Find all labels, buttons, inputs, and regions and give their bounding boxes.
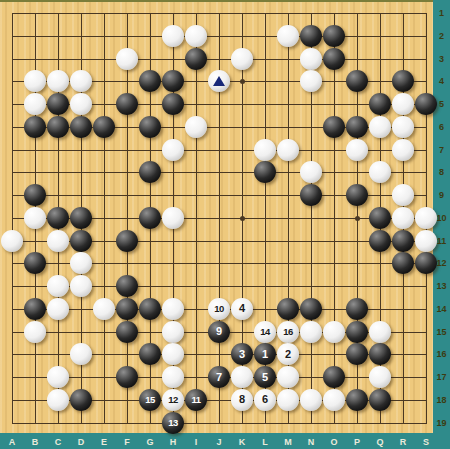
move-number: 15 (145, 394, 155, 405)
black-stone-F5 (116, 93, 138, 115)
white-stone-H18: 12 (162, 389, 184, 411)
black-stone-E6 (93, 116, 115, 138)
row-label: 16 (433, 349, 450, 359)
move-number: 16 (283, 326, 293, 337)
black-stone-H19: 13 (162, 412, 184, 434)
black-stone-G10 (139, 207, 161, 229)
column-label: H (166, 437, 180, 447)
row-label: 6 (433, 122, 450, 132)
black-stone-R11 (392, 230, 414, 252)
row-label: 3 (433, 54, 450, 64)
white-stone-D4 (70, 70, 92, 92)
column-label: J (212, 437, 226, 447)
black-stone-H5 (162, 93, 184, 115)
white-stone-C13 (47, 275, 69, 297)
white-stone-R7 (392, 139, 414, 161)
column-label: C (51, 437, 65, 447)
white-stone-P7 (346, 139, 368, 161)
black-stone-F17 (116, 366, 138, 388)
white-stone-N3 (300, 48, 322, 70)
white-stone-N8 (300, 161, 322, 183)
move-number: 14 (260, 326, 270, 337)
white-stone-H7 (162, 139, 184, 161)
row-label: 4 (433, 76, 450, 86)
black-stone-F13 (116, 275, 138, 297)
white-stone-K14: 4 (231, 298, 253, 320)
black-stone-G18: 15 (139, 389, 161, 411)
white-stone-M17 (277, 366, 299, 388)
column-label: B (28, 437, 42, 447)
white-stone-M15: 16 (277, 321, 299, 343)
row-label: 13 (433, 281, 450, 291)
grid-line-horizontal (12, 423, 427, 424)
black-stone-Q10 (369, 207, 391, 229)
row-label: 2 (433, 31, 450, 41)
black-stone-P14 (346, 298, 368, 320)
black-stone-Q5 (369, 93, 391, 115)
white-stone-B15 (24, 321, 46, 343)
row-label: 18 (433, 395, 450, 405)
white-stone-M16: 2 (277, 343, 299, 365)
white-stone-M7 (277, 139, 299, 161)
row-label: 17 (433, 372, 450, 382)
black-stone-M14 (277, 298, 299, 320)
move-number: 12 (168, 394, 178, 405)
move-number: 9 (216, 326, 222, 337)
white-stone-B4 (24, 70, 46, 92)
white-stone-C18 (47, 389, 69, 411)
column-label: G (143, 437, 157, 447)
white-stone-R6 (392, 116, 414, 138)
column-label: M (281, 437, 295, 447)
column-label: D (74, 437, 88, 447)
go-board[interactable]: ABCDEFGHIJKLMNOPQRS123456789101112131415… (0, 0, 450, 449)
white-stone-H14 (162, 298, 184, 320)
black-stone-D11 (70, 230, 92, 252)
white-stone-L15: 14 (254, 321, 276, 343)
white-stone-K3 (231, 48, 253, 70)
black-stone-B6 (24, 116, 46, 138)
black-stone-G6 (139, 116, 161, 138)
white-stone-O15 (323, 321, 345, 343)
white-stone-J14: 10 (208, 298, 230, 320)
column-label: I (189, 437, 203, 447)
black-stone-D10 (70, 207, 92, 229)
black-stone-I3 (185, 48, 207, 70)
white-stone-I6 (185, 116, 207, 138)
white-stone-H17 (162, 366, 184, 388)
row-label: 8 (433, 167, 450, 177)
row-label: 15 (433, 327, 450, 337)
row-label: 7 (433, 145, 450, 155)
move-number: 7 (216, 372, 222, 383)
black-stone-J15: 9 (208, 321, 230, 343)
black-stone-S5 (415, 93, 437, 115)
black-stone-I18: 11 (185, 389, 207, 411)
white-stone-A11 (1, 230, 23, 252)
black-stone-C5 (47, 93, 69, 115)
white-stone-R10 (392, 207, 414, 229)
move-number: 8 (239, 394, 245, 405)
white-stone-M2 (277, 25, 299, 47)
black-stone-P15 (346, 321, 368, 343)
row-label: 19 (433, 418, 450, 428)
white-stone-C11 (47, 230, 69, 252)
black-stone-N2 (300, 25, 322, 47)
black-stone-Q11 (369, 230, 391, 252)
black-stone-D18 (70, 389, 92, 411)
column-label: L (258, 437, 272, 447)
black-stone-B12 (24, 252, 46, 274)
white-stone-J4 (208, 70, 230, 92)
black-stone-P16 (346, 343, 368, 365)
grid-line-vertical (334, 13, 335, 424)
black-stone-F14 (116, 298, 138, 320)
white-stone-C4 (47, 70, 69, 92)
black-stone-R4 (392, 70, 414, 92)
move-number: 1 (262, 349, 268, 360)
white-stone-L18: 6 (254, 389, 276, 411)
white-stone-K18: 8 (231, 389, 253, 411)
star-point (240, 79, 245, 84)
black-stone-N14 (300, 298, 322, 320)
move-number: 2 (285, 349, 291, 360)
move-number: 3 (239, 349, 245, 360)
black-stone-P18 (346, 389, 368, 411)
move-number: 5 (262, 372, 268, 383)
column-label: A (5, 437, 19, 447)
black-stone-H4 (162, 70, 184, 92)
white-stone-N15 (300, 321, 322, 343)
black-stone-P9 (346, 184, 368, 206)
white-stone-Q17 (369, 366, 391, 388)
white-stone-F3 (116, 48, 138, 70)
move-number: 6 (262, 394, 268, 405)
black-stone-N9 (300, 184, 322, 206)
triangle-marker-icon (213, 76, 225, 86)
black-stone-D6 (70, 116, 92, 138)
black-stone-O17 (323, 366, 345, 388)
black-stone-Q18 (369, 389, 391, 411)
black-stone-B9 (24, 184, 46, 206)
black-stone-P6 (346, 116, 368, 138)
row-label: 14 (433, 304, 450, 314)
black-stone-O6 (323, 116, 345, 138)
white-stone-Q6 (369, 116, 391, 138)
white-stone-M18 (277, 389, 299, 411)
column-label: F (120, 437, 134, 447)
white-stone-H2 (162, 25, 184, 47)
white-stone-D12 (70, 252, 92, 274)
white-stone-Q15 (369, 321, 391, 343)
star-point (355, 216, 360, 221)
move-number: 13 (168, 417, 178, 428)
white-stone-R5 (392, 93, 414, 115)
white-stone-H10 (162, 207, 184, 229)
white-stone-D16 (70, 343, 92, 365)
black-stone-L17: 5 (254, 366, 276, 388)
white-stone-N4 (300, 70, 322, 92)
black-stone-F15 (116, 321, 138, 343)
black-stone-G4 (139, 70, 161, 92)
column-label: S (419, 437, 433, 447)
black-stone-K16: 3 (231, 343, 253, 365)
black-stone-R12 (392, 252, 414, 274)
star-point (240, 216, 245, 221)
white-stone-E14 (93, 298, 115, 320)
white-stone-I2 (185, 25, 207, 47)
black-stone-O3 (323, 48, 345, 70)
column-label: Q (373, 437, 387, 447)
white-stone-O18 (323, 389, 345, 411)
white-stone-H15 (162, 321, 184, 343)
column-label: E (97, 437, 111, 447)
white-stone-N18 (300, 389, 322, 411)
white-stone-C17 (47, 366, 69, 388)
white-stone-K17 (231, 366, 253, 388)
white-stone-H16 (162, 343, 184, 365)
black-stone-C10 (47, 207, 69, 229)
board-top-edge (0, 0, 450, 2)
black-stone-L8 (254, 161, 276, 183)
black-stone-P4 (346, 70, 368, 92)
move-number: 4 (239, 303, 245, 314)
row-label: 1 (433, 8, 450, 18)
column-label: R (396, 437, 410, 447)
white-stone-C14 (47, 298, 69, 320)
black-stone-F11 (116, 230, 138, 252)
black-stone-C6 (47, 116, 69, 138)
row-label: 9 (433, 190, 450, 200)
move-number: 10 (214, 303, 224, 314)
column-label: O (327, 437, 341, 447)
white-stone-R9 (392, 184, 414, 206)
black-stone-L16: 1 (254, 343, 276, 365)
black-stone-G14 (139, 298, 161, 320)
black-stone-G8 (139, 161, 161, 183)
column-label: K (235, 437, 249, 447)
black-stone-Q16 (369, 343, 391, 365)
black-stone-J17: 7 (208, 366, 230, 388)
white-stone-B5 (24, 93, 46, 115)
black-stone-B14 (24, 298, 46, 320)
white-stone-D5 (70, 93, 92, 115)
column-label: P (350, 437, 364, 447)
white-stone-S11 (415, 230, 437, 252)
white-stone-Q8 (369, 161, 391, 183)
column-label: N (304, 437, 318, 447)
white-stone-D13 (70, 275, 92, 297)
black-stone-G16 (139, 343, 161, 365)
move-number: 11 (191, 394, 200, 405)
black-stone-O2 (323, 25, 345, 47)
white-stone-B10 (24, 207, 46, 229)
white-stone-L7 (254, 139, 276, 161)
white-stone-S10 (415, 207, 437, 229)
